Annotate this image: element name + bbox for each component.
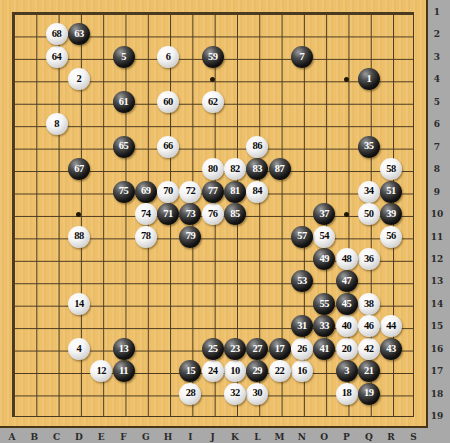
row-label-2: 2: [428, 29, 446, 39]
stone-black-J9: 77: [202, 181, 224, 203]
stone-white-R11: 56: [380, 226, 402, 248]
stone-white-D11: 88: [68, 226, 90, 248]
stone-black-Q17: 21: [358, 360, 380, 382]
row-label-16: 16: [428, 344, 446, 354]
stone-white-Q14: 38: [358, 293, 380, 315]
stone-white-Q15: 46: [358, 315, 380, 337]
row-label-4: 4: [428, 74, 446, 84]
col-label-A: A: [5, 432, 19, 442]
stone-white-P16: 20: [336, 338, 358, 360]
go-board-diagram: 1234567810111213141516171819202122232425…: [0, 0, 450, 443]
row-label-9: 9: [428, 187, 446, 197]
stone-white-C2: 68: [46, 23, 68, 45]
row-label-3: 3: [428, 52, 446, 62]
stone-black-G9: 69: [135, 181, 157, 203]
stone-black-K9: 81: [224, 181, 246, 203]
stone-black-O12: 49: [313, 248, 335, 270]
stone-black-F5: 61: [113, 91, 135, 113]
stone-black-R10: 39: [380, 203, 402, 225]
stone-black-J3: 59: [202, 46, 224, 68]
row-label-11: 11: [428, 232, 446, 242]
stone-white-J10: 76: [202, 203, 224, 225]
col-label-H: H: [161, 432, 175, 442]
col-label-O: O: [317, 432, 331, 442]
col-label-D: D: [72, 432, 86, 442]
stone-black-R9: 51: [380, 181, 402, 203]
stone-black-F16: 13: [113, 338, 135, 360]
board[interactable]: 1234567810111213141516171819202122232425…: [0, 0, 428, 428]
stone-white-H3: 6: [157, 46, 179, 68]
col-label-F: F: [117, 432, 131, 442]
stone-black-O14: 55: [313, 293, 335, 315]
row-label-10: 10: [428, 209, 446, 219]
row-label-1: 1: [428, 7, 446, 17]
col-label-G: G: [139, 432, 153, 442]
col-label-I: I: [183, 432, 197, 442]
stone-black-J16: 25: [202, 338, 224, 360]
stone-white-N16: 26: [291, 338, 313, 360]
stone-white-L7: 86: [246, 136, 268, 158]
stone-white-D16: 4: [68, 338, 90, 360]
col-label-B: B: [27, 432, 41, 442]
stone-white-M17: 22: [269, 360, 291, 382]
stone-black-O16: 41: [313, 338, 335, 360]
stone-black-R16: 43: [380, 338, 402, 360]
stone-black-M8: 87: [269, 158, 291, 180]
stone-black-L16: 27: [246, 338, 268, 360]
stone-black-I11: 79: [179, 226, 201, 248]
stone-white-H5: 60: [157, 91, 179, 113]
stone-white-J17: 24: [202, 360, 224, 382]
stone-white-L18: 30: [246, 383, 268, 405]
stone-black-Q18: 19: [358, 383, 380, 405]
stone-black-M16: 17: [269, 338, 291, 360]
stone-black-P13: 47: [336, 270, 358, 292]
star-point-P4: [344, 77, 349, 82]
row-label-18: 18: [428, 389, 446, 399]
stone-white-I18: 28: [179, 383, 201, 405]
stone-white-I9: 72: [179, 181, 201, 203]
stone-white-N17: 16: [291, 360, 313, 382]
stone-white-H9: 70: [157, 181, 179, 203]
stone-white-L9: 84: [246, 181, 268, 203]
stone-white-Q9: 34: [358, 181, 380, 203]
stone-black-K10: 85: [224, 203, 246, 225]
stone-white-K18: 32: [224, 383, 246, 405]
stone-white-Q16: 42: [358, 338, 380, 360]
col-label-E: E: [94, 432, 108, 442]
row-label-14: 14: [428, 299, 446, 309]
stone-white-P18: 18: [336, 383, 358, 405]
col-label-S: S: [406, 432, 420, 442]
stone-white-C3: 64: [46, 46, 68, 68]
stone-white-G11: 78: [135, 226, 157, 248]
stone-white-O11: 54: [313, 226, 335, 248]
stone-black-Q4: 1: [358, 68, 380, 90]
stone-black-P14: 45: [336, 293, 358, 315]
row-label-5: 5: [428, 97, 446, 107]
col-label-C: C: [50, 432, 64, 442]
stone-white-C6: 8: [46, 113, 68, 135]
row-label-19: 19: [428, 411, 446, 421]
row-label-12: 12: [428, 254, 446, 264]
col-label-Q: Q: [362, 432, 376, 442]
col-label-K: K: [228, 432, 242, 442]
col-label-L: L: [250, 432, 264, 442]
col-label-N: N: [295, 432, 309, 442]
stone-white-P12: 48: [336, 248, 358, 270]
col-label-P: P: [340, 432, 354, 442]
stone-black-P17: 3: [336, 360, 358, 382]
stone-black-N3: 7: [291, 46, 313, 68]
row-label-6: 6: [428, 119, 446, 129]
stone-white-D14: 14: [68, 293, 90, 315]
row-label-15: 15: [428, 321, 446, 331]
stone-black-F3: 5: [113, 46, 135, 68]
stone-white-J5: 62: [202, 91, 224, 113]
star-point-P10: [344, 212, 349, 217]
stone-white-P15: 40: [336, 315, 358, 337]
stone-black-F9: 75: [113, 181, 135, 203]
col-label-R: R: [384, 432, 398, 442]
stone-white-G10: 74: [135, 203, 157, 225]
stone-black-D8: 67: [68, 158, 90, 180]
stone-white-Q12: 36: [358, 248, 380, 270]
stone-white-Q10: 50: [358, 203, 380, 225]
col-label-J: J: [206, 432, 220, 442]
stone-white-H7: 66: [157, 136, 179, 158]
stone-black-Q7: 35: [358, 136, 380, 158]
row-label-17: 17: [428, 366, 446, 376]
stone-black-N11: 57: [291, 226, 313, 248]
stone-black-K16: 23: [224, 338, 246, 360]
row-label-8: 8: [428, 164, 446, 174]
stone-white-J8: 80: [202, 158, 224, 180]
stone-black-F17: 11: [113, 360, 135, 382]
row-label-7: 7: [428, 142, 446, 152]
col-label-M: M: [273, 432, 287, 442]
row-label-13: 13: [428, 276, 446, 286]
stone-black-F7: 65: [113, 136, 135, 158]
stone-black-H10: 71: [157, 203, 179, 225]
stone-white-K8: 82: [224, 158, 246, 180]
